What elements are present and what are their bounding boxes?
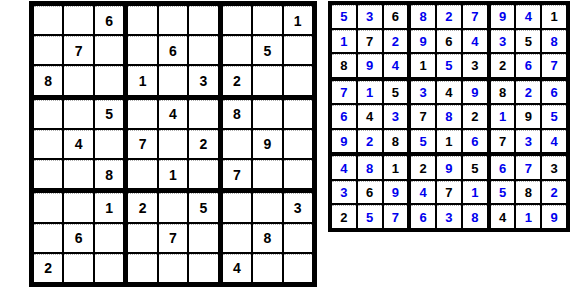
solution-cell-r1c9: 1 [542,5,566,28]
sudoku-diagram: 6786131525484721897162257384 53617289482… [0,0,575,293]
puzzle-cell-r5c3 [95,130,123,158]
solution-cell-r4c5: 4 [437,81,461,104]
solution-cell-r6c3: 8 [384,130,408,153]
puzzle-cell-r4c5: 4 [159,100,187,128]
solution-cell-r6c7: 7 [491,130,515,153]
puzzle-cell-r1c5 [159,6,187,34]
puzzle-cell-r3c4: 1 [128,66,156,94]
solution-cell-r1c6: 7 [463,5,487,28]
puzzle-cell-r8c5: 7 [159,224,187,252]
solution-cell-r2c9: 8 [542,30,566,53]
solution-cell-r3c1: 8 [332,54,356,77]
puzzle-board: 6786131525484721897162257384 [29,1,317,287]
solution-box-2: 827964153 [411,5,486,77]
puzzle-cell-r3c7: 2 [223,66,251,94]
puzzle-cell-r5c6: 2 [189,130,217,158]
puzzle-cell-r6c7: 7 [223,160,251,188]
solution-cell-r4c8: 2 [516,81,540,104]
solution-cell-r7c7: 6 [491,156,515,179]
puzzle-cell-r6c3: 8 [95,160,123,188]
puzzle-cell-r1c3: 6 [95,6,123,34]
puzzle-cell-r3c5 [159,66,187,94]
solution-cell-r9c5: 3 [437,205,461,228]
solution-cell-r8c7: 5 [491,181,515,204]
puzzle-cell-r6c4 [128,160,156,188]
solution-cell-r5c8: 9 [516,105,540,128]
puzzle-cell-r6c9 [284,160,312,188]
puzzle-cell-r3c8 [253,66,281,94]
solution-cell-r6c5: 1 [437,130,461,153]
puzzle-cell-r1c1 [34,6,62,34]
solution-cell-r4c6: 9 [463,81,487,104]
puzzle-cell-r9c5 [159,254,187,282]
solution-box-3: 941358267 [491,5,566,77]
puzzle-cell-r1c2 [64,6,92,34]
solution-cell-r9c3: 7 [384,205,408,228]
puzzle-cell-r5c7 [223,130,251,158]
puzzle-cell-r4c1 [34,100,62,128]
solution-cell-r9c8: 1 [516,205,540,228]
puzzle-cell-r9c3 [95,254,123,282]
puzzle-cell-r2c2: 7 [64,36,92,64]
solution-cell-r2c4: 9 [411,30,435,53]
solution-cell-r6c9: 4 [542,130,566,153]
puzzle-cell-r5c5 [159,130,187,158]
puzzle-cell-r6c1 [34,160,62,188]
puzzle-box-5: 4721 [128,100,217,189]
puzzle-cell-r8c8: 8 [253,224,281,252]
solution-cell-r2c2: 7 [358,30,382,53]
puzzle-cell-r8c2: 6 [64,224,92,252]
puzzle-cell-r1c4 [128,6,156,34]
puzzle-cell-r9c2 [64,254,92,282]
puzzle-cell-r4c9 [284,100,312,128]
puzzle-cell-r2c5: 6 [159,36,187,64]
solution-cell-r3c9: 7 [542,54,566,77]
solution-cell-r5c3: 3 [384,105,408,128]
puzzle-cell-r4c7: 8 [223,100,251,128]
solution-cell-r1c3: 6 [384,5,408,28]
puzzle-cell-r9c6 [189,254,217,282]
solution-cell-r9c6: 8 [463,205,487,228]
solution-cell-r6c8: 3 [516,130,540,153]
puzzle-cell-r7c7 [223,193,251,221]
puzzle-cell-r3c2 [64,66,92,94]
puzzle-cell-r3c1: 8 [34,66,62,94]
solution-cell-r6c6: 6 [463,130,487,153]
puzzle-cell-r5c8: 9 [253,130,281,158]
puzzle-box-8: 257 [128,193,217,282]
puzzle-cell-r3c9 [284,66,312,94]
puzzle-cell-r8c4 [128,224,156,252]
solution-cell-r5c2: 4 [358,105,382,128]
puzzle-cell-r1c9: 1 [284,6,312,34]
solution-cell-r5c6: 2 [463,105,487,128]
solution-cell-r2c5: 6 [437,30,461,53]
puzzle-cell-r2c6 [189,36,217,64]
solution-cell-r8c1: 3 [332,181,356,204]
puzzle-cell-r5c1 [34,130,62,158]
solution-cell-r9c9: 9 [542,205,566,228]
solution-cell-r8c9: 2 [542,181,566,204]
puzzle-cell-r1c8 [253,6,281,34]
solution-box-1: 536172894 [332,5,407,77]
puzzle-box-1: 678 [34,6,123,95]
puzzle-cell-r4c6 [189,100,217,128]
solution-cell-r7c2: 8 [358,156,382,179]
puzzle-box-6: 897 [223,100,312,189]
puzzle-cell-r4c4 [128,100,156,128]
solution-cell-r7c9: 3 [542,156,566,179]
puzzle-cell-r2c1 [34,36,62,64]
solution-cell-r8c8: 8 [516,181,540,204]
solution-cell-r4c4: 3 [411,81,435,104]
solution-cell-r8c2: 6 [358,181,382,204]
puzzle-cell-r7c4: 2 [128,193,156,221]
solution-cell-r4c3: 5 [384,81,408,104]
solution-cell-r7c3: 1 [384,156,408,179]
solution-cell-r1c8: 4 [516,5,540,28]
puzzle-cell-r6c5: 1 [159,160,187,188]
solution-cell-r2c1: 1 [332,30,356,53]
puzzle-cell-r3c3 [95,66,123,94]
solution-cell-r3c7: 2 [491,54,515,77]
puzzle-cell-r1c7 [223,6,251,34]
solution-cell-r7c6: 5 [463,156,487,179]
puzzle-cell-r7c8 [253,193,281,221]
puzzle-cell-r7c9: 3 [284,193,312,221]
solution-cell-r3c4: 1 [411,54,435,77]
puzzle-cell-r2c4 [128,36,156,64]
solution-cell-r2c8: 5 [516,30,540,53]
puzzle-cell-r4c2 [64,100,92,128]
puzzle-box-9: 384 [223,193,312,282]
solution-cell-r4c7: 8 [491,81,515,104]
puzzle-cell-r5c2: 4 [64,130,92,158]
puzzle-cell-r8c6 [189,224,217,252]
solution-cell-r7c1: 4 [332,156,356,179]
solution-cell-r8c3: 9 [384,181,408,204]
solution-cell-r4c1: 7 [332,81,356,104]
puzzle-cell-r9c8 [253,254,281,282]
puzzle-cell-r6c8 [253,160,281,188]
solution-cell-r4c9: 6 [542,81,566,104]
solution-cell-r7c5: 9 [437,156,461,179]
puzzle-cell-r7c2 [64,193,92,221]
solution-cell-r2c6: 4 [463,30,487,53]
puzzle-cell-r4c8 [253,100,281,128]
solution-cell-r3c8: 6 [516,54,540,77]
solution-box-5: 349782516 [411,81,486,153]
solution-cell-r1c1: 5 [332,5,356,28]
puzzle-box-7: 162 [34,193,123,282]
solution-cell-r6c4: 5 [411,130,435,153]
puzzle-box-4: 548 [34,100,123,189]
puzzle-cell-r3c6: 3 [189,66,217,94]
puzzle-cell-r9c9 [284,254,312,282]
solution-cell-r7c4: 2 [411,156,435,179]
puzzle-cell-r6c6 [189,160,217,188]
puzzle-cell-r8c1 [34,224,62,252]
puzzle-cell-r9c7: 4 [223,254,251,282]
puzzle-cell-r2c9 [284,36,312,64]
solution-cell-r1c4: 8 [411,5,435,28]
solution-cell-r3c5: 5 [437,54,461,77]
solution-cell-r5c4: 7 [411,105,435,128]
solution-cell-r1c5: 2 [437,5,461,28]
puzzle-box-3: 152 [223,6,312,95]
solution-board: 5361728948279641539413582677156439283497… [328,1,570,232]
solution-cell-r5c1: 6 [332,105,356,128]
solution-box-9: 673582419 [491,156,566,228]
solution-cell-r5c9: 5 [542,105,566,128]
puzzle-cell-r7c3: 1 [95,193,123,221]
solution-box-6: 826195734 [491,81,566,153]
solution-cell-r9c1: 2 [332,205,356,228]
puzzle-cell-r7c5 [159,193,187,221]
puzzle-cell-r9c4 [128,254,156,282]
solution-cell-r4c2: 1 [358,81,382,104]
puzzle-cell-r9c1: 2 [34,254,62,282]
solution-cell-r8c4: 4 [411,181,435,204]
solution-box-8: 295471638 [411,156,486,228]
puzzle-cell-r5c4: 7 [128,130,156,158]
puzzle-cell-r7c1 [34,193,62,221]
solution-cell-r9c4: 6 [411,205,435,228]
solution-cell-r7c8: 7 [516,156,540,179]
solution-cell-r2c3: 2 [384,30,408,53]
puzzle-cell-r2c7 [223,36,251,64]
solution-cell-r5c5: 8 [437,105,461,128]
puzzle-cell-r6c2 [64,160,92,188]
puzzle-cell-r1c6 [189,6,217,34]
solution-cell-r3c2: 9 [358,54,382,77]
solution-cell-r1c7: 9 [491,5,515,28]
puzzle-cell-r8c3 [95,224,123,252]
solution-cell-r9c7: 4 [491,205,515,228]
solution-cell-r5c7: 1 [491,105,515,128]
solution-cell-r3c3: 4 [384,54,408,77]
puzzle-cell-r8c9 [284,224,312,252]
puzzle-cell-r2c3 [95,36,123,64]
puzzle-box-2: 613 [128,6,217,95]
solution-cell-r6c2: 2 [358,130,382,153]
solution-box-7: 481369257 [332,156,407,228]
solution-box-4: 715643928 [332,81,407,153]
puzzle-cell-r4c3: 5 [95,100,123,128]
puzzle-cell-r2c8: 5 [253,36,281,64]
puzzle-cell-r7c6: 5 [189,193,217,221]
solution-cell-r1c2: 3 [358,5,382,28]
solution-cell-r6c1: 9 [332,130,356,153]
solution-cell-r3c6: 3 [463,54,487,77]
solution-cell-r8c6: 1 [463,181,487,204]
solution-cell-r2c7: 3 [491,30,515,53]
solution-cell-r8c5: 7 [437,181,461,204]
puzzle-cell-r5c9 [284,130,312,158]
puzzle-cell-r8c7 [223,224,251,252]
solution-cell-r9c2: 5 [358,205,382,228]
